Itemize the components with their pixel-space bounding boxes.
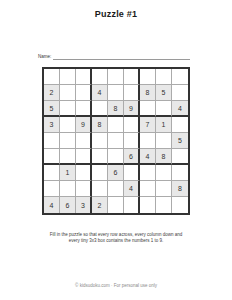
sudoku-cell-r1c6[interactable] — [124, 69, 140, 85]
sudoku-cell-r3c7[interactable] — [140, 101, 156, 117]
sudoku-cell-r6c8: 8 — [156, 149, 172, 165]
sudoku-cell-r2c6[interactable] — [124, 85, 140, 101]
sudoku-cell-r5c1[interactable] — [44, 133, 60, 149]
sudoku-cell-r9c7[interactable] — [140, 197, 156, 213]
sudoku-cell-r9c1: 4 — [44, 197, 60, 213]
instructions-line-2: every tiny 3x3 box contains the numbers … — [0, 238, 232, 244]
sudoku-cell-r5c8[interactable] — [156, 133, 172, 149]
sudoku-cell-r4c5[interactable] — [108, 117, 124, 133]
sudoku-cell-r8c1[interactable] — [44, 181, 60, 197]
sudoku-cell-r7c4[interactable] — [92, 165, 108, 181]
sudoku-cell-r3c8[interactable] — [156, 101, 172, 117]
sudoku-cell-r5c5[interactable] — [108, 133, 124, 149]
instructions: Fill in the puzzle so that every row acr… — [0, 232, 232, 243]
sudoku-cell-r1c3[interactable] — [76, 69, 92, 85]
sudoku-cell-r2c9[interactable] — [172, 85, 188, 101]
sudoku-cell-r2c3[interactable] — [76, 85, 92, 101]
sudoku-cell-r4c2[interactable] — [60, 117, 76, 133]
worksheet-page: Puzzle #1 Name: 248558943987156481648463… — [0, 0, 232, 300]
sudoku-cell-r6c4[interactable] — [92, 149, 108, 165]
sudoku-cell-r7c5: 6 — [108, 165, 124, 181]
sudoku-cell-r8c5[interactable] — [108, 181, 124, 197]
sudoku-cell-r9c6[interactable] — [124, 197, 140, 213]
sudoku-cell-r8c2[interactable] — [60, 181, 76, 197]
sudoku-cell-r4c6[interactable] — [124, 117, 140, 133]
sudoku-cell-r8c7[interactable] — [140, 181, 156, 197]
sudoku-cell-r2c7: 8 — [140, 85, 156, 101]
sudoku-cell-r6c1[interactable] — [44, 149, 60, 165]
sudoku-cell-r8c3[interactable] — [76, 181, 92, 197]
sudoku-cell-r9c9[interactable] — [172, 197, 188, 213]
name-input-line[interactable] — [53, 53, 190, 60]
sudoku-cell-r2c2[interactable] — [60, 85, 76, 101]
sudoku-cell-r8c6: 4 — [124, 181, 140, 197]
sudoku-cell-r2c1: 2 — [44, 85, 60, 101]
sudoku-cell-r2c8: 5 — [156, 85, 172, 101]
sudoku-cell-r6c9[interactable] — [172, 149, 188, 165]
sudoku-cell-r6c2[interactable] — [60, 149, 76, 165]
sudoku-cell-r9c5[interactable] — [108, 197, 124, 213]
sudoku-cell-r4c3: 9 — [76, 117, 92, 133]
sudoku-cell-r8c9: 8 — [172, 181, 188, 197]
name-field: Name: — [38, 53, 190, 60]
sudoku-cell-r9c4: 2 — [92, 197, 108, 213]
sudoku-cell-r1c8[interactable] — [156, 69, 172, 85]
name-label: Name: — [38, 54, 51, 60]
sudoku-cell-r7c2: 1 — [60, 165, 76, 181]
sudoku-cell-r5c3[interactable] — [76, 133, 92, 149]
sudoku-grid: 2485589439871564816484632 — [42, 67, 190, 215]
sudoku-cell-r1c7[interactable] — [140, 69, 156, 85]
sudoku-cell-r8c4[interactable] — [92, 181, 108, 197]
sudoku-cell-r3c4[interactable] — [92, 101, 108, 117]
sudoku-cell-r3c9: 4 — [172, 101, 188, 117]
sudoku-cell-r4c9[interactable] — [172, 117, 188, 133]
sudoku-cell-r4c4: 8 — [92, 117, 108, 133]
sudoku-cell-r5c6[interactable] — [124, 133, 140, 149]
sudoku-cell-r4c1: 3 — [44, 117, 60, 133]
sudoku-cell-r2c4: 4 — [92, 85, 108, 101]
sudoku-cell-r5c2[interactable] — [60, 133, 76, 149]
sudoku-cell-r4c8: 1 — [156, 117, 172, 133]
sudoku-cell-r5c4[interactable] — [92, 133, 108, 149]
sudoku-cell-r6c7: 4 — [140, 149, 156, 165]
page-title: Puzzle #1 — [0, 9, 232, 19]
sudoku-cell-r5c7[interactable] — [140, 133, 156, 149]
sudoku-cell-r3c6: 9 — [124, 101, 140, 117]
sudoku-cell-r6c3[interactable] — [76, 149, 92, 165]
sudoku-cell-r1c2[interactable] — [60, 69, 76, 85]
sudoku-cell-r7c3[interactable] — [76, 165, 92, 181]
sudoku-cell-r1c5[interactable] — [108, 69, 124, 85]
sudoku-cell-r7c9[interactable] — [172, 165, 188, 181]
footer-credit: © kidsudoku.com · For personal use only — [0, 283, 232, 288]
sudoku-cell-r3c1: 5 — [44, 101, 60, 117]
sudoku-cell-r4c7: 7 — [140, 117, 156, 133]
sudoku-cell-r9c2: 6 — [60, 197, 76, 213]
sudoku-cell-r7c8[interactable] — [156, 165, 172, 181]
sudoku-cell-r2c5[interactable] — [108, 85, 124, 101]
sudoku-cell-r1c1[interactable] — [44, 69, 60, 85]
sudoku-cell-r6c6: 6 — [124, 149, 140, 165]
sudoku-cell-r3c3[interactable] — [76, 101, 92, 117]
sudoku-cell-r1c4[interactable] — [92, 69, 108, 85]
sudoku-cell-r6c5[interactable] — [108, 149, 124, 165]
sudoku-cell-r1c9[interactable] — [172, 69, 188, 85]
sudoku-cell-r9c3: 3 — [76, 197, 92, 213]
sudoku-cell-r3c2[interactable] — [60, 101, 76, 117]
sudoku-cell-r3c5: 8 — [108, 101, 124, 117]
sudoku-cell-r8c8[interactable] — [156, 181, 172, 197]
sudoku-cell-r9c8[interactable] — [156, 197, 172, 213]
sudoku-cell-r7c6[interactable] — [124, 165, 140, 181]
sudoku-cell-r7c1[interactable] — [44, 165, 60, 181]
sudoku-cell-r5c9: 5 — [172, 133, 188, 149]
sudoku-cell-r7c7[interactable] — [140, 165, 156, 181]
